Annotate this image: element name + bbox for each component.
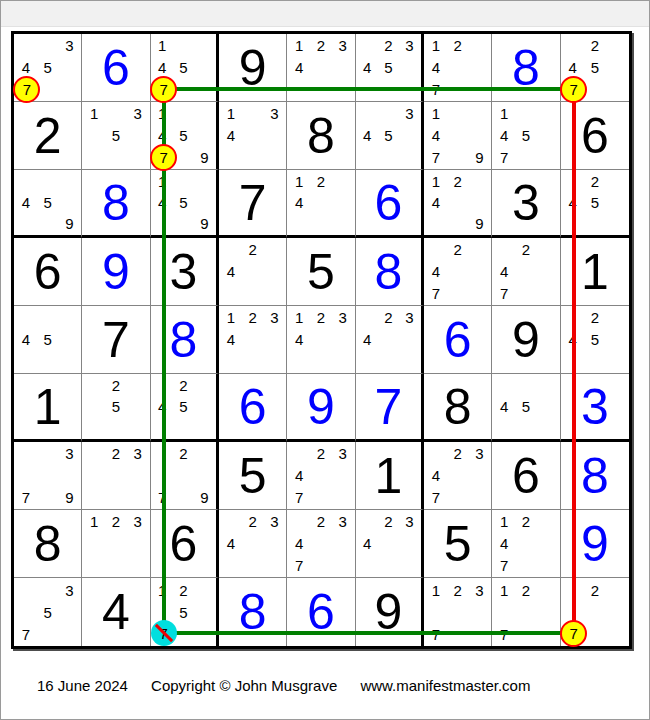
candidate-8 xyxy=(378,350,399,372)
candidate-5 xyxy=(242,329,264,351)
candidate-2: 2 xyxy=(105,511,127,533)
candidate-4: 4 xyxy=(357,125,378,147)
candidate-8 xyxy=(515,417,537,438)
candidate-7 xyxy=(152,213,173,234)
candidate-3: 3 xyxy=(127,511,149,533)
solved-digit: 8 xyxy=(151,306,216,373)
candidate-3: 3 xyxy=(127,103,149,125)
candidate-3 xyxy=(469,171,491,192)
cell-r5c8[interactable]: 9 xyxy=(492,306,560,374)
cell-r8c3[interactable]: 6 xyxy=(151,510,219,578)
candidate-grid: 27 xyxy=(562,579,628,645)
candidate-grid: 1457 xyxy=(493,103,558,168)
cell-r2c3[interactable]: 14579 xyxy=(151,102,219,170)
cell-r6c3[interactable]: 245 xyxy=(151,374,219,442)
candidate-1: 1 xyxy=(425,579,447,601)
candidate-3 xyxy=(194,443,215,465)
cell-r3c9[interactable]: 245 xyxy=(561,170,629,238)
candidate-4: 4 xyxy=(152,396,173,417)
candidate-4: 4 xyxy=(288,533,310,555)
candidate-9: 9 xyxy=(59,213,81,234)
candidate-2: 2 xyxy=(242,307,264,329)
candidate-5 xyxy=(447,601,469,623)
candidate-2: 2 xyxy=(310,511,332,533)
candidate-7: 7 xyxy=(493,146,515,168)
candidate-9 xyxy=(194,417,215,438)
solved-digit: 7 xyxy=(356,374,421,439)
candidate-6 xyxy=(469,601,491,623)
sudoku-board-grid: 3457614579123423451247824572135145791348… xyxy=(14,34,629,646)
candidate-8 xyxy=(105,486,127,508)
candidate-grid: 23 xyxy=(83,443,148,508)
candidate-5 xyxy=(447,261,469,283)
cell-r6c5[interactable]: 9 xyxy=(287,374,355,442)
cell-r8c1[interactable]: 8 xyxy=(14,510,82,578)
candidate-7 xyxy=(220,146,242,168)
candidate-9 xyxy=(537,623,559,645)
cell-r1c8[interactable]: 8 xyxy=(492,34,560,102)
candidate-3 xyxy=(194,103,215,125)
given-digit: 8 xyxy=(287,102,354,169)
candidate-1 xyxy=(425,239,447,261)
candidate-5 xyxy=(310,533,332,555)
cell-r2c1[interactable]: 2 xyxy=(14,102,82,170)
candidate-6 xyxy=(537,396,559,417)
candidate-4: 4 xyxy=(425,261,447,283)
cell-r8c5[interactable]: 2347 xyxy=(287,510,355,578)
candidate-5: 5 xyxy=(105,396,127,417)
cell-r4c1[interactable]: 6 xyxy=(14,238,82,306)
given-digit: 1 xyxy=(561,238,629,305)
cell-r8c7[interactable]: 5 xyxy=(424,510,492,578)
cell-r2c8[interactable]: 1457 xyxy=(492,102,560,170)
cell-r3c1[interactable]: 459 xyxy=(14,170,82,238)
cell-r9c3[interactable]: 1257 xyxy=(151,578,219,646)
cell-r7c9[interactable]: 8 xyxy=(561,442,629,510)
candidate-9 xyxy=(469,486,491,508)
cell-r4c4[interactable]: 24 xyxy=(219,238,287,306)
candidate-1 xyxy=(220,239,242,261)
candidate-grid: 234 xyxy=(357,511,420,576)
cell-r4c6[interactable]: 8 xyxy=(356,238,424,306)
candidate-8 xyxy=(310,554,332,576)
cell-r5c6[interactable]: 234 xyxy=(356,306,424,374)
candidate-6 xyxy=(194,192,215,213)
candidate-grid: 1234 xyxy=(220,307,285,372)
candidate-2 xyxy=(105,103,127,125)
cell-r6c2[interactable]: 25 xyxy=(82,374,150,442)
cell-r5c4[interactable]: 1234 xyxy=(219,306,287,374)
candidate-2: 2 xyxy=(242,511,264,533)
cell-r7c4[interactable]: 5 xyxy=(219,442,287,510)
candidate-2: 2 xyxy=(584,35,606,57)
candidate-6 xyxy=(332,329,354,351)
cell-r4c9[interactable]: 1 xyxy=(561,238,629,306)
candidate-3 xyxy=(194,171,215,192)
cell-r4c3[interactable]: 3 xyxy=(151,238,219,306)
candidate-grid: 1257 xyxy=(152,579,215,645)
cell-r3c6[interactable]: 6 xyxy=(356,170,424,238)
candidate-8 xyxy=(515,554,537,576)
candidate-9 xyxy=(127,417,149,438)
candidate-5 xyxy=(515,533,537,555)
candidate-6 xyxy=(332,192,354,213)
solved-digit: 8 xyxy=(82,170,149,235)
candidate-grid: 45 xyxy=(493,375,558,438)
candidate-6 xyxy=(469,465,491,487)
cell-r2c2[interactable]: 135 xyxy=(82,102,150,170)
candidate-8 xyxy=(173,146,194,168)
candidate-8 xyxy=(515,623,537,645)
candidate-7: 7 xyxy=(15,623,37,645)
candidate-6 xyxy=(264,125,286,147)
cell-r3c2[interactable]: 8 xyxy=(82,170,150,238)
candidate-1: 1 xyxy=(152,171,173,192)
cell-r6c1[interactable]: 1 xyxy=(14,374,82,442)
cell-r6c6[interactable]: 7 xyxy=(356,374,424,442)
candidate-8 xyxy=(515,146,537,168)
candidate-4: 4 xyxy=(220,533,242,555)
candidate-9 xyxy=(469,282,491,304)
candidate-2 xyxy=(378,103,399,125)
cell-r3c7[interactable]: 1249 xyxy=(424,170,492,238)
candidate-6 xyxy=(127,533,149,555)
candidate-4: 4 xyxy=(152,192,173,213)
candidate-8 xyxy=(310,78,332,100)
candidate-3: 3 xyxy=(59,579,81,601)
candidate-6 xyxy=(469,192,491,213)
candidate-grid: 45 xyxy=(15,307,80,372)
candidate-grid: 379 xyxy=(15,443,80,508)
candidate-8 xyxy=(378,78,399,100)
cell-r5c5[interactable]: 1234 xyxy=(287,306,355,374)
candidate-3 xyxy=(194,375,215,396)
cell-r7c1[interactable]: 379 xyxy=(14,442,82,510)
candidate-5 xyxy=(584,601,606,623)
candidate-1: 1 xyxy=(83,511,105,533)
cell-r8c9[interactable]: 9 xyxy=(561,510,629,578)
cell-r1c6[interactable]: 2345 xyxy=(356,34,424,102)
candidate-7: 7 xyxy=(15,486,37,508)
cell-r8c2[interactable]: 123 xyxy=(82,510,150,578)
candidate-8 xyxy=(37,623,59,645)
cell-r9c6[interactable]: 9 xyxy=(356,578,424,646)
candidate-7 xyxy=(220,282,242,304)
cell-r9c7[interactable]: 1237 xyxy=(424,578,492,646)
candidate-5 xyxy=(378,533,399,555)
candidate-6 xyxy=(606,57,628,79)
candidate-grid: 1479 xyxy=(425,103,490,168)
given-digit: 7 xyxy=(82,306,149,373)
candidate-7: 7 xyxy=(425,486,447,508)
candidate-grid: 279 xyxy=(152,443,215,508)
cell-r3c4[interactable]: 7 xyxy=(219,170,287,238)
candidate-2: 2 xyxy=(447,239,469,261)
candidate-4: 4 xyxy=(425,465,447,487)
cell-r9c5[interactable]: 6 xyxy=(287,578,355,646)
solved-digit: 3 xyxy=(561,374,629,439)
candidate-9 xyxy=(332,486,354,508)
cell-r7c3[interactable]: 279 xyxy=(151,442,219,510)
cell-r5c9[interactable]: 245 xyxy=(561,306,629,374)
candidate-4: 4 xyxy=(493,125,515,147)
candidate-3 xyxy=(127,375,149,396)
candidate-7: 7 xyxy=(152,623,173,645)
candidate-7: 7 xyxy=(562,623,584,645)
candidate-4 xyxy=(425,601,447,623)
cell-r1c3[interactable]: 1457 xyxy=(151,34,219,102)
candidate-2: 2 xyxy=(584,171,606,192)
candidate-4: 4 xyxy=(562,57,584,79)
candidate-1: 1 xyxy=(220,103,242,125)
cell-r6c8[interactable]: 45 xyxy=(492,374,560,442)
cell-r3c5[interactable]: 124 xyxy=(287,170,355,238)
cell-r9c2[interactable]: 4 xyxy=(82,578,150,646)
given-digit: 9 xyxy=(356,578,421,646)
cell-r2c6[interactable]: 345 xyxy=(356,102,424,170)
candidate-9 xyxy=(606,78,628,100)
candidate-5: 5 xyxy=(584,329,606,351)
candidate-2: 2 xyxy=(447,443,469,465)
candidate-grid: 245 xyxy=(562,307,628,372)
candidate-4 xyxy=(83,533,105,555)
candidate-grid: 2347 xyxy=(288,511,353,576)
candidate-9: 9 xyxy=(194,486,215,508)
cell-r9c1[interactable]: 357 xyxy=(14,578,82,646)
candidate-1 xyxy=(493,375,515,396)
candidate-6 xyxy=(194,396,215,417)
cell-r1c2[interactable]: 6 xyxy=(82,34,150,102)
candidate-3 xyxy=(194,35,215,57)
cell-r2c5[interactable]: 8 xyxy=(287,102,355,170)
candidate-6 xyxy=(469,57,491,79)
candidate-8 xyxy=(310,213,332,234)
candidate-grid: 124 xyxy=(288,171,353,234)
candidate-7: 7 xyxy=(425,623,447,645)
candidate-7: 7 xyxy=(288,486,310,508)
candidate-2: 2 xyxy=(242,239,264,261)
candidate-8 xyxy=(37,213,59,234)
cell-r7c6[interactable]: 1 xyxy=(356,442,424,510)
given-digit: 6 xyxy=(561,102,629,169)
footer: 16 June 2024 Copyright © John Musgrave w… xyxy=(37,677,549,694)
candidate-5: 5 xyxy=(378,57,399,79)
candidate-1 xyxy=(15,579,37,601)
candidate-4: 4 xyxy=(357,533,378,555)
candidate-2: 2 xyxy=(584,579,606,601)
cell-r4c5[interactable]: 5 xyxy=(287,238,355,306)
cell-r9c9[interactable]: 27 xyxy=(561,578,629,646)
candidate-9 xyxy=(537,417,559,438)
candidate-grid: 25 xyxy=(83,375,148,438)
candidate-9 xyxy=(606,213,628,234)
candidate-9: 9 xyxy=(469,213,491,234)
candidate-1 xyxy=(357,35,378,57)
candidate-8 xyxy=(515,282,537,304)
cell-r1c7[interactable]: 1247 xyxy=(424,34,492,102)
candidate-6 xyxy=(606,601,628,623)
candidate-grid: 123 xyxy=(83,511,148,576)
candidate-2 xyxy=(37,579,59,601)
cell-r7c8[interactable]: 6 xyxy=(492,442,560,510)
candidate-6 xyxy=(264,329,286,351)
candidate-5: 5 xyxy=(37,329,59,351)
candidate-1 xyxy=(562,171,584,192)
cell-r6c4[interactable]: 6 xyxy=(219,374,287,442)
given-digit: 9 xyxy=(219,34,286,101)
candidate-8 xyxy=(242,146,264,168)
cell-r5c7[interactable]: 6 xyxy=(424,306,492,374)
cell-r7c7[interactable]: 2347 xyxy=(424,442,492,510)
cell-r7c5[interactable]: 2347 xyxy=(287,442,355,510)
candidate-5 xyxy=(310,192,332,213)
candidate-1 xyxy=(220,511,242,533)
candidate-5: 5 xyxy=(173,57,194,79)
cell-r9c8[interactable]: 127 xyxy=(492,578,560,646)
cell-r3c8[interactable]: 3 xyxy=(492,170,560,238)
candidate-7: 7 xyxy=(493,282,515,304)
cell-r5c3[interactable]: 8 xyxy=(151,306,219,374)
candidate-7 xyxy=(220,554,242,576)
candidate-5 xyxy=(242,125,264,147)
candidate-8 xyxy=(37,78,59,100)
window-top-strip xyxy=(1,1,649,27)
given-digit: 1 xyxy=(14,374,81,439)
candidate-7 xyxy=(152,417,173,438)
cell-r5c2[interactable]: 7 xyxy=(82,306,150,374)
candidate-8 xyxy=(105,554,127,576)
candidate-6 xyxy=(537,125,559,147)
given-digit: 7 xyxy=(219,170,286,235)
cell-r2c9[interactable]: 6 xyxy=(561,102,629,170)
candidate-grid: 1247 xyxy=(493,511,558,576)
cell-r9c4[interactable]: 8 xyxy=(219,578,287,646)
candidate-2: 2 xyxy=(584,307,606,329)
candidate-2: 2 xyxy=(378,511,399,533)
candidate-4: 4 xyxy=(220,329,242,351)
candidate-9 xyxy=(264,554,286,576)
cell-r6c7[interactable]: 8 xyxy=(424,374,492,442)
cell-r4c2[interactable]: 9 xyxy=(82,238,150,306)
candidate-9 xyxy=(399,78,420,100)
candidate-1: 1 xyxy=(152,103,173,125)
candidate-4: 4 xyxy=(220,125,242,147)
cell-r1c1[interactable]: 3457 xyxy=(14,34,82,102)
candidate-5 xyxy=(447,192,469,213)
cell-r2c4[interactable]: 134 xyxy=(219,102,287,170)
candidate-5 xyxy=(310,329,332,351)
candidate-grid: 24 xyxy=(220,239,285,304)
cell-r1c4[interactable]: 9 xyxy=(219,34,287,102)
candidate-2: 2 xyxy=(378,307,399,329)
candidate-9 xyxy=(469,623,491,645)
candidate-9 xyxy=(537,554,559,576)
candidate-5 xyxy=(242,533,264,555)
candidate-1 xyxy=(562,307,584,329)
candidate-6 xyxy=(194,465,215,487)
candidate-8 xyxy=(173,213,194,234)
cell-r1c9[interactable]: 2457 xyxy=(561,34,629,102)
candidate-7: 7 xyxy=(152,486,173,508)
candidate-3 xyxy=(537,375,559,396)
candidate-6 xyxy=(194,601,215,623)
candidate-8 xyxy=(37,350,59,372)
candidate-8 xyxy=(378,146,399,168)
candidate-3: 3 xyxy=(399,35,420,57)
candidate-2: 2 xyxy=(310,35,332,57)
candidate-9 xyxy=(59,623,81,645)
candidate-7: 7 xyxy=(425,78,447,100)
candidate-3 xyxy=(194,579,215,601)
candidate-1 xyxy=(15,307,37,329)
cell-r4c7[interactable]: 247 xyxy=(424,238,492,306)
cell-r8c4[interactable]: 234 xyxy=(219,510,287,578)
candidate-5 xyxy=(173,465,194,487)
cell-r8c8[interactable]: 1247 xyxy=(492,510,560,578)
candidate-8 xyxy=(242,554,264,576)
candidate-9 xyxy=(606,350,628,372)
candidate-5: 5 xyxy=(37,57,59,79)
candidate-grid: 3457 xyxy=(15,35,80,100)
candidate-grid: 234 xyxy=(357,307,420,372)
candidate-4 xyxy=(83,125,105,147)
cell-r1c5[interactable]: 1234 xyxy=(287,34,355,102)
candidate-5: 5 xyxy=(173,192,194,213)
candidate-3: 3 xyxy=(332,443,354,465)
candidate-8 xyxy=(447,146,469,168)
cell-r7c2[interactable]: 23 xyxy=(82,442,150,510)
candidate-2 xyxy=(173,171,194,192)
candidate-5: 5 xyxy=(584,192,606,213)
candidate-9 xyxy=(537,282,559,304)
candidate-9 xyxy=(399,146,420,168)
solved-digit: 6 xyxy=(82,34,149,101)
candidate-8 xyxy=(447,213,469,234)
candidate-6 xyxy=(399,125,420,147)
candidate-1: 1 xyxy=(288,35,310,57)
cell-r8c6[interactable]: 234 xyxy=(356,510,424,578)
candidate-3: 3 xyxy=(264,307,286,329)
candidate-5: 5 xyxy=(105,125,127,147)
cell-r6c9[interactable]: 3 xyxy=(561,374,629,442)
candidate-6 xyxy=(264,533,286,555)
candidate-2: 2 xyxy=(310,171,332,192)
candidate-1: 1 xyxy=(288,307,310,329)
candidate-4 xyxy=(83,465,105,487)
candidate-6 xyxy=(469,125,491,147)
candidate-2 xyxy=(173,103,194,125)
candidate-2 xyxy=(447,103,469,125)
candidate-grid: 245 xyxy=(562,171,628,234)
candidate-4: 4 xyxy=(357,329,378,351)
candidate-9 xyxy=(606,623,628,645)
candidate-grid: 2347 xyxy=(288,443,353,508)
cell-r5c1[interactable]: 45 xyxy=(14,306,82,374)
candidate-3: 3 xyxy=(332,35,354,57)
cell-r4c8[interactable]: 247 xyxy=(492,238,560,306)
candidate-6 xyxy=(59,329,81,351)
candidate-7: 7 xyxy=(288,554,310,576)
candidate-2 xyxy=(37,307,59,329)
candidate-4: 4 xyxy=(493,396,515,417)
candidate-7: 7 xyxy=(152,78,173,100)
candidate-9 xyxy=(264,350,286,372)
candidate-9: 9 xyxy=(194,146,215,168)
candidate-2 xyxy=(515,103,537,125)
candidate-grid: 245 xyxy=(152,375,215,438)
cell-r2c7[interactable]: 1479 xyxy=(424,102,492,170)
cell-r3c3[interactable]: 1459 xyxy=(151,170,219,238)
